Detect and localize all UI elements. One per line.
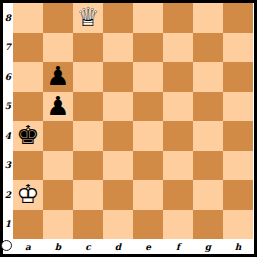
file-label-d: d [103, 239, 133, 254]
square-d3[interactable] [103, 151, 133, 181]
square-a6[interactable] [13, 62, 43, 92]
square-c8[interactable]: ♛♕ [73, 3, 103, 33]
square-f7[interactable] [163, 33, 193, 63]
white-to-move-indicator [1, 240, 12, 251]
square-d8[interactable] [103, 3, 133, 33]
square-a4[interactable]: ♚ [13, 121, 43, 151]
square-c5[interactable] [73, 92, 103, 122]
square-g5[interactable] [193, 92, 223, 122]
square-d1[interactable] [103, 210, 133, 240]
square-f4[interactable] [163, 121, 193, 151]
square-c1[interactable] [73, 210, 103, 240]
square-b5[interactable]: ♟ [43, 92, 73, 122]
square-e6[interactable] [133, 62, 163, 92]
piece-black-pawn[interactable]: ♟ [46, 92, 69, 122]
square-e2[interactable] [133, 180, 163, 210]
square-e1[interactable] [133, 210, 163, 240]
square-b6[interactable]: ♟ [43, 62, 73, 92]
file-labels: abcdefgh [13, 239, 253, 254]
file-label-b: b [43, 239, 73, 254]
piece-black-king[interactable]: ♚ [16, 121, 39, 151]
square-a3[interactable] [13, 151, 43, 181]
square-e4[interactable] [133, 121, 163, 151]
square-f8[interactable] [163, 3, 193, 33]
rank-label-8: 8 [3, 3, 13, 33]
diagram-background: 87654321 ♛♕♟♟♚♚♔ abcdefgh [3, 3, 254, 254]
square-d7[interactable] [103, 33, 133, 63]
rank-label-7: 7 [3, 33, 13, 63]
square-b4[interactable] [43, 121, 73, 151]
piece-black-pawn[interactable]: ♟ [46, 62, 69, 92]
square-h8[interactable] [223, 3, 253, 33]
square-g3[interactable] [193, 151, 223, 181]
square-g7[interactable] [193, 33, 223, 63]
square-h4[interactable] [223, 121, 253, 151]
square-d6[interactable] [103, 62, 133, 92]
square-a7[interactable] [13, 33, 43, 63]
square-h3[interactable] [223, 151, 253, 181]
file-label-a: a [13, 239, 43, 254]
rank-label-6: 6 [3, 62, 13, 92]
square-a8[interactable] [13, 3, 43, 33]
rank-label-5: 5 [3, 92, 13, 122]
square-a2[interactable]: ♚♔ [13, 180, 43, 210]
square-b3[interactable] [43, 151, 73, 181]
square-h5[interactable] [223, 92, 253, 122]
piece-outline-layer: ♕ [76, 2, 99, 32]
square-b2[interactable] [43, 180, 73, 210]
square-g8[interactable] [193, 3, 223, 33]
square-e5[interactable] [133, 92, 163, 122]
square-g2[interactable] [193, 180, 223, 210]
square-h6[interactable] [223, 62, 253, 92]
square-h7[interactable] [223, 33, 253, 63]
square-f2[interactable] [163, 180, 193, 210]
piece-outline-layer: ♔ [16, 179, 39, 209]
chess-diagram-frame: 87654321 ♛♕♟♟♚♚♔ abcdefgh [0, 0, 257, 257]
square-e7[interactable] [133, 33, 163, 63]
square-f5[interactable] [163, 92, 193, 122]
square-g4[interactable] [193, 121, 223, 151]
rank-label-1: 1 [3, 210, 13, 240]
file-label-g: g [193, 239, 223, 254]
square-b1[interactable] [43, 210, 73, 240]
square-d2[interactable] [103, 180, 133, 210]
square-d5[interactable] [103, 92, 133, 122]
square-f1[interactable] [163, 210, 193, 240]
file-label-e: e [133, 239, 163, 254]
square-a5[interactable] [13, 92, 43, 122]
file-label-c: c [73, 239, 103, 254]
chess-board[interactable]: ♛♕♟♟♚♚♔ [13, 3, 253, 239]
square-c4[interactable] [73, 121, 103, 151]
file-label-f: f [163, 239, 193, 254]
rank-labels: 87654321 [3, 3, 13, 239]
square-e8[interactable] [133, 3, 163, 33]
square-e3[interactable] [133, 151, 163, 181]
rank-label-4: 4 [3, 121, 13, 151]
square-a1[interactable] [13, 210, 43, 240]
square-h1[interactable] [223, 210, 253, 240]
square-b8[interactable] [43, 3, 73, 33]
square-c6[interactable] [73, 62, 103, 92]
piece-white-king[interactable]: ♚♔ [16, 180, 39, 210]
rank-label-3: 3 [3, 151, 13, 181]
square-c3[interactable] [73, 151, 103, 181]
square-f6[interactable] [163, 62, 193, 92]
piece-white-queen[interactable]: ♛♕ [76, 3, 99, 33]
square-b7[interactable] [43, 33, 73, 63]
square-g6[interactable] [193, 62, 223, 92]
rank-label-2: 2 [3, 180, 13, 210]
square-g1[interactable] [193, 210, 223, 240]
square-c2[interactable] [73, 180, 103, 210]
square-c7[interactable] [73, 33, 103, 63]
square-h2[interactable] [223, 180, 253, 210]
square-d4[interactable] [103, 121, 133, 151]
file-label-h: h [223, 239, 253, 254]
square-f3[interactable] [163, 151, 193, 181]
